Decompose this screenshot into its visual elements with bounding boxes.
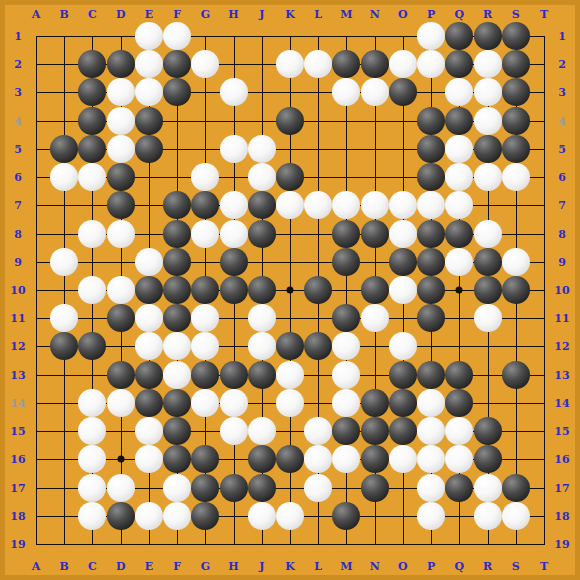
stone-white-R8[interactable] — [474, 220, 502, 248]
stone-black-D11[interactable] — [107, 304, 135, 332]
stone-black-N10[interactable] — [361, 276, 389, 304]
stone-white-K13[interactable] — [276, 361, 304, 389]
stone-white-J15[interactable] — [248, 417, 276, 445]
stone-white-S6[interactable] — [502, 163, 530, 191]
stone-black-R1[interactable] — [474, 22, 502, 50]
column-label-bottom-T: T — [540, 561, 548, 572]
stone-white-F13[interactable] — [163, 361, 191, 389]
stone-black-O15[interactable] — [389, 417, 417, 445]
stone-black-G13[interactable] — [191, 361, 219, 389]
row-label-left-15: 15 — [10, 426, 25, 437]
column-label-bottom-L: L — [314, 561, 322, 572]
stone-black-C12[interactable] — [78, 332, 106, 360]
stone-white-L2[interactable] — [304, 50, 332, 78]
stone-white-J12[interactable] — [248, 332, 276, 360]
stone-white-O7[interactable] — [389, 191, 417, 219]
row-label-right-9: 9 — [558, 256, 566, 267]
column-label-top-J: J — [259, 9, 264, 20]
row-label-left-18: 18 — [10, 510, 25, 521]
stone-white-D8[interactable] — [107, 220, 135, 248]
column-label-bottom-F: F — [173, 561, 181, 572]
stone-white-N3[interactable] — [361, 78, 389, 106]
stone-black-J10[interactable] — [248, 276, 276, 304]
stone-white-L15[interactable] — [304, 417, 332, 445]
stone-black-Q1[interactable] — [445, 22, 473, 50]
stone-black-O9[interactable] — [389, 248, 417, 276]
stone-white-J18[interactable] — [248, 502, 276, 530]
stone-white-O16[interactable] — [389, 445, 417, 473]
column-label-top-M: M — [340, 9, 352, 20]
row-label-right-16: 16 — [554, 454, 569, 465]
column-label-bottom-P: P — [427, 561, 435, 572]
column-label-top-D: D — [116, 9, 126, 20]
row-label-left-1: 1 — [14, 31, 22, 42]
stone-white-O10[interactable] — [389, 276, 417, 304]
stone-black-D2[interactable] — [107, 50, 135, 78]
row-label-left-9: 9 — [14, 256, 22, 267]
stone-white-Q3[interactable] — [445, 78, 473, 106]
stone-black-N17[interactable] — [361, 474, 389, 502]
stone-white-C10[interactable] — [78, 276, 106, 304]
stone-black-J7[interactable] — [248, 191, 276, 219]
column-label-bottom-K: K — [285, 561, 295, 572]
column-label-top-B: B — [60, 9, 69, 20]
row-label-right-2: 2 — [558, 59, 566, 70]
stone-black-E10[interactable] — [135, 276, 163, 304]
stone-black-N8[interactable] — [361, 220, 389, 248]
row-label-left-8: 8 — [14, 228, 22, 239]
stone-black-J16[interactable] — [248, 445, 276, 473]
star-point-Q10 — [456, 287, 463, 294]
stone-white-Q6[interactable] — [445, 163, 473, 191]
stone-black-F14[interactable] — [163, 389, 191, 417]
stone-white-E9[interactable] — [135, 248, 163, 276]
stone-white-E1[interactable] — [135, 22, 163, 50]
stone-black-M9[interactable] — [332, 248, 360, 276]
stone-white-B11[interactable] — [50, 304, 78, 332]
stone-black-E5[interactable] — [135, 135, 163, 163]
column-label-top-S: S — [512, 9, 520, 20]
stone-white-G6[interactable] — [191, 163, 219, 191]
stone-white-P18[interactable] — [417, 502, 445, 530]
stone-white-G11[interactable] — [191, 304, 219, 332]
stone-white-R6[interactable] — [474, 163, 502, 191]
stone-white-P2[interactable] — [417, 50, 445, 78]
stone-white-K14[interactable] — [276, 389, 304, 417]
stone-white-Q15[interactable] — [445, 417, 473, 445]
row-label-left-4: 4 — [14, 115, 22, 126]
column-label-bottom-J: J — [259, 561, 264, 572]
stone-black-F3[interactable] — [163, 78, 191, 106]
stone-white-J6[interactable] — [248, 163, 276, 191]
stone-white-R17[interactable] — [474, 474, 502, 502]
column-label-bottom-Q: Q — [455, 561, 465, 572]
column-label-top-R: R — [483, 9, 492, 20]
stone-white-E16[interactable] — [135, 445, 163, 473]
stone-black-D18[interactable] — [107, 502, 135, 530]
row-label-left-5: 5 — [14, 143, 22, 154]
stone-white-D4[interactable] — [107, 107, 135, 135]
stone-black-H13[interactable] — [220, 361, 248, 389]
stone-white-D5[interactable] — [107, 135, 135, 163]
column-label-top-T: T — [540, 9, 548, 20]
column-label-top-E: E — [145, 9, 153, 20]
stone-white-L17[interactable] — [304, 474, 332, 502]
column-label-bottom-M: M — [340, 561, 352, 572]
stone-black-F8[interactable] — [163, 220, 191, 248]
row-label-left-2: 2 — [14, 59, 22, 70]
stone-black-C4[interactable] — [78, 107, 106, 135]
stone-white-C18[interactable] — [78, 502, 106, 530]
stone-white-F18[interactable] — [163, 502, 191, 530]
stone-white-R11[interactable] — [474, 304, 502, 332]
stone-black-Q14[interactable] — [445, 389, 473, 417]
stone-white-P15[interactable] — [417, 417, 445, 445]
stone-black-S1[interactable] — [502, 22, 530, 50]
stone-black-Q17[interactable] — [445, 474, 473, 502]
row-label-right-10: 10 — [554, 285, 569, 296]
stone-white-B6[interactable] — [50, 163, 78, 191]
stone-black-K6[interactable] — [276, 163, 304, 191]
stone-white-H7[interactable] — [220, 191, 248, 219]
stone-black-S4[interactable] — [502, 107, 530, 135]
column-label-bottom-E: E — [145, 561, 153, 572]
row-label-right-14: 14 — [554, 397, 569, 408]
stone-black-E14[interactable] — [135, 389, 163, 417]
stone-black-Q8[interactable] — [445, 220, 473, 248]
stone-white-C6[interactable] — [78, 163, 106, 191]
stone-white-R4[interactable] — [474, 107, 502, 135]
stone-black-O13[interactable] — [389, 361, 417, 389]
stone-black-K12[interactable] — [276, 332, 304, 360]
stone-white-M3[interactable] — [332, 78, 360, 106]
row-label-right-11: 11 — [554, 313, 569, 324]
stone-white-Q16[interactable] — [445, 445, 473, 473]
row-label-left-11: 11 — [10, 313, 25, 324]
stone-white-S18[interactable] — [502, 502, 530, 530]
stone-black-N16[interactable] — [361, 445, 389, 473]
stone-black-F15[interactable] — [163, 417, 191, 445]
stone-white-N11[interactable] — [361, 304, 389, 332]
stone-white-P7[interactable] — [417, 191, 445, 219]
column-label-bottom-D: D — [116, 561, 126, 572]
stone-black-S2[interactable] — [502, 50, 530, 78]
column-label-top-F: F — [173, 9, 181, 20]
stone-black-Q13[interactable] — [445, 361, 473, 389]
row-label-left-3: 3 — [14, 87, 22, 98]
stone-white-E15[interactable] — [135, 417, 163, 445]
row-label-left-7: 7 — [14, 200, 22, 211]
column-label-bottom-R: R — [483, 561, 492, 572]
stone-black-M11[interactable] — [332, 304, 360, 332]
stone-white-J11[interactable] — [248, 304, 276, 332]
column-label-bottom-N: N — [370, 561, 380, 572]
stone-black-P8[interactable] — [417, 220, 445, 248]
row-label-right-4: 4 — [558, 115, 566, 126]
stone-white-K2[interactable] — [276, 50, 304, 78]
stone-black-N2[interactable] — [361, 50, 389, 78]
column-label-bottom-H: H — [228, 561, 238, 572]
row-label-left-16: 16 — [10, 454, 25, 465]
grid-line-vertical — [544, 36, 545, 545]
row-label-left-17: 17 — [10, 482, 25, 493]
row-label-right-6: 6 — [558, 172, 566, 183]
row-label-left-19: 19 — [10, 539, 25, 550]
stone-black-R10[interactable] — [474, 276, 502, 304]
stone-black-R9[interactable] — [474, 248, 502, 276]
column-label-bottom-A: A — [32, 561, 41, 572]
stone-black-D7[interactable] — [107, 191, 135, 219]
column-label-top-Q: Q — [455, 9, 465, 20]
column-label-top-P: P — [427, 9, 435, 20]
stone-black-M18[interactable] — [332, 502, 360, 530]
stone-black-G16[interactable] — [191, 445, 219, 473]
stone-black-M15[interactable] — [332, 417, 360, 445]
stone-white-P16[interactable] — [417, 445, 445, 473]
stone-black-S5[interactable] — [502, 135, 530, 163]
stone-white-C17[interactable] — [78, 474, 106, 502]
stone-black-S10[interactable] — [502, 276, 530, 304]
stone-white-M13[interactable] — [332, 361, 360, 389]
stone-black-R16[interactable] — [474, 445, 502, 473]
stone-white-M12[interactable] — [332, 332, 360, 360]
star-point-K10 — [287, 287, 294, 294]
stone-black-F16[interactable] — [163, 445, 191, 473]
grid-line-horizontal — [36, 544, 545, 545]
stone-black-P9[interactable] — [417, 248, 445, 276]
stone-white-C14[interactable] — [78, 389, 106, 417]
stone-white-G8[interactable] — [191, 220, 219, 248]
row-label-right-19: 19 — [554, 539, 569, 550]
stone-white-H15[interactable] — [220, 417, 248, 445]
stone-white-O12[interactable] — [389, 332, 417, 360]
stone-black-E4[interactable] — [135, 107, 163, 135]
stone-white-M7[interactable] — [332, 191, 360, 219]
stone-white-L7[interactable] — [304, 191, 332, 219]
stone-black-M8[interactable] — [332, 220, 360, 248]
stone-black-C2[interactable] — [78, 50, 106, 78]
row-label-left-6: 6 — [14, 172, 22, 183]
stone-black-G7[interactable] — [191, 191, 219, 219]
stone-white-K18[interactable] — [276, 502, 304, 530]
column-label-top-N: N — [370, 9, 380, 20]
stone-black-G17[interactable] — [191, 474, 219, 502]
stone-black-F9[interactable] — [163, 248, 191, 276]
stone-white-D17[interactable] — [107, 474, 135, 502]
stone-black-J13[interactable] — [248, 361, 276, 389]
column-label-top-L: L — [314, 9, 322, 20]
stone-white-C8[interactable] — [78, 220, 106, 248]
star-point-D16 — [117, 456, 124, 463]
stone-black-C5[interactable] — [78, 135, 106, 163]
stone-white-H5[interactable] — [220, 135, 248, 163]
stone-white-S9[interactable] — [502, 248, 530, 276]
row-label-left-12: 12 — [10, 341, 25, 352]
stone-black-P5[interactable] — [417, 135, 445, 163]
stone-black-P4[interactable] — [417, 107, 445, 135]
row-label-right-15: 15 — [554, 426, 569, 437]
stone-white-P1[interactable] — [417, 22, 445, 50]
stone-black-F2[interactable] — [163, 50, 191, 78]
stone-white-E3[interactable] — [135, 78, 163, 106]
column-label-top-H: H — [228, 9, 238, 20]
stone-white-O2[interactable] — [389, 50, 417, 78]
stone-white-E12[interactable] — [135, 332, 163, 360]
stone-black-F11[interactable] — [163, 304, 191, 332]
stone-black-S3[interactable] — [502, 78, 530, 106]
stone-black-H17[interactable] — [220, 474, 248, 502]
row-label-left-10: 10 — [10, 285, 25, 296]
stone-white-Q5[interactable] — [445, 135, 473, 163]
row-label-right-1: 1 — [558, 31, 566, 42]
stone-white-N7[interactable] — [361, 191, 389, 219]
row-label-left-13: 13 — [10, 369, 25, 380]
row-label-right-3: 3 — [558, 87, 566, 98]
stone-white-E2[interactable] — [135, 50, 163, 78]
stone-white-P17[interactable] — [417, 474, 445, 502]
column-label-top-A: A — [32, 9, 41, 20]
stone-black-K16[interactable] — [276, 445, 304, 473]
stone-black-D6[interactable] — [107, 163, 135, 191]
stone-white-R2[interactable] — [474, 50, 502, 78]
stone-black-K4[interactable] — [276, 107, 304, 135]
stone-white-K7[interactable] — [276, 191, 304, 219]
column-label-bottom-C: C — [88, 561, 97, 572]
stone-white-F12[interactable] — [163, 332, 191, 360]
stone-black-F10[interactable] — [163, 276, 191, 304]
stone-black-Q2[interactable] — [445, 50, 473, 78]
stone-black-N14[interactable] — [361, 389, 389, 417]
row-label-right-17: 17 — [554, 482, 569, 493]
stone-white-J5[interactable] — [248, 135, 276, 163]
stone-white-B9[interactable] — [50, 248, 78, 276]
stone-white-H8[interactable] — [220, 220, 248, 248]
stone-black-N15[interactable] — [361, 417, 389, 445]
stone-black-O14[interactable] — [389, 389, 417, 417]
column-label-top-K: K — [285, 9, 295, 20]
stone-black-Q4[interactable] — [445, 107, 473, 135]
stone-white-M16[interactable] — [332, 445, 360, 473]
stone-white-D14[interactable] — [107, 389, 135, 417]
stone-white-Q7[interactable] — [445, 191, 473, 219]
stone-black-B12[interactable] — [50, 332, 78, 360]
stone-black-R15[interactable] — [474, 417, 502, 445]
stone-black-R5[interactable] — [474, 135, 502, 163]
stone-white-R18[interactable] — [474, 502, 502, 530]
stone-white-G2[interactable] — [191, 50, 219, 78]
column-label-bottom-O: O — [398, 561, 408, 572]
stone-black-L10[interactable] — [304, 276, 332, 304]
stone-white-O8[interactable] — [389, 220, 417, 248]
stone-black-C3[interactable] — [78, 78, 106, 106]
column-label-bottom-G: G — [201, 561, 210, 572]
stone-white-R3[interactable] — [474, 78, 502, 106]
stone-black-D13[interactable] — [107, 361, 135, 389]
stone-black-S17[interactable] — [502, 474, 530, 502]
stone-black-S13[interactable] — [502, 361, 530, 389]
stone-white-G14[interactable] — [191, 389, 219, 417]
stone-white-H14[interactable] — [220, 389, 248, 417]
stone-black-F7[interactable] — [163, 191, 191, 219]
stone-white-F1[interactable] — [163, 22, 191, 50]
stone-black-P11[interactable] — [417, 304, 445, 332]
stone-black-E13[interactable] — [135, 361, 163, 389]
stone-black-B5[interactable] — [50, 135, 78, 163]
row-label-right-8: 8 — [558, 228, 566, 239]
stone-black-H10[interactable] — [220, 276, 248, 304]
stone-black-J8[interactable] — [248, 220, 276, 248]
row-label-right-12: 12 — [554, 341, 569, 352]
stone-white-G12[interactable] — [191, 332, 219, 360]
row-label-right-13: 13 — [554, 369, 569, 380]
stone-white-F17[interactable] — [163, 474, 191, 502]
column-label-top-O: O — [398, 9, 408, 20]
stone-white-E18[interactable] — [135, 502, 163, 530]
stone-black-H9[interactable] — [220, 248, 248, 276]
stone-black-P10[interactable] — [417, 276, 445, 304]
stone-black-L12[interactable] — [304, 332, 332, 360]
row-label-right-18: 18 — [554, 510, 569, 521]
stone-white-C16[interactable] — [78, 445, 106, 473]
stone-white-C15[interactable] — [78, 417, 106, 445]
stone-white-P14[interactable] — [417, 389, 445, 417]
stone-black-G18[interactable] — [191, 502, 219, 530]
stone-white-E11[interactable] — [135, 304, 163, 332]
stone-black-G10[interactable] — [191, 276, 219, 304]
stone-black-P13[interactable] — [417, 361, 445, 389]
column-label-bottom-B: B — [60, 561, 69, 572]
go-board[interactable]: AABBCCDDEEFFGGHHJJKKLLMMNNOOPPQQRRSSTT11… — [0, 0, 580, 580]
stone-white-Q9[interactable] — [445, 248, 473, 276]
stone-black-P6[interactable] — [417, 163, 445, 191]
stone-white-D3[interactable] — [107, 78, 135, 106]
column-label-top-C: C — [88, 9, 97, 20]
stone-white-H3[interactable] — [220, 78, 248, 106]
row-label-right-7: 7 — [558, 200, 566, 211]
stone-white-M14[interactable] — [332, 389, 360, 417]
stone-black-J17[interactable] — [248, 474, 276, 502]
row-label-left-14: 14 — [10, 397, 25, 408]
column-label-bottom-S: S — [512, 561, 520, 572]
stone-black-O3[interactable] — [389, 78, 417, 106]
row-label-right-5: 5 — [558, 143, 566, 154]
stone-black-M2[interactable] — [332, 50, 360, 78]
stone-white-D10[interactable] — [107, 276, 135, 304]
column-label-top-G: G — [201, 9, 210, 20]
stone-white-L16[interactable] — [304, 445, 332, 473]
